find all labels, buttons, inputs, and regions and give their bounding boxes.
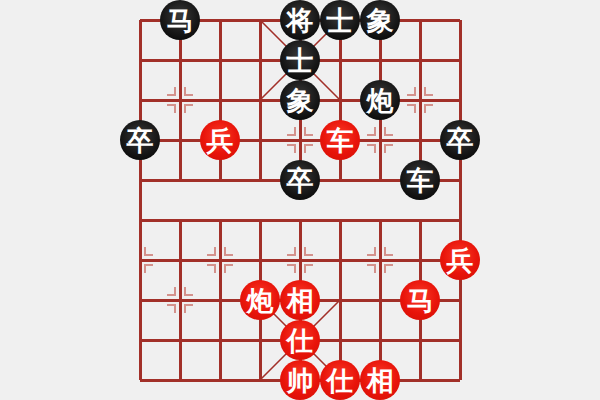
red-soldier-piece[interactable]: 兵 bbox=[200, 120, 240, 160]
red-advisor-piece[interactable]: 仕 bbox=[280, 320, 320, 360]
black-soldier-piece[interactable]: 卒 bbox=[440, 120, 480, 160]
red-soldier-piece[interactable]: 兵 bbox=[440, 240, 480, 280]
red-elephant-piece[interactable]: 相 bbox=[360, 360, 400, 400]
red-advisor-piece[interactable]: 仕 bbox=[320, 360, 360, 400]
black-elephant-piece[interactable]: 象 bbox=[280, 80, 320, 120]
red-chariot-piece[interactable]: 车 bbox=[320, 120, 360, 160]
black-soldier-piece[interactable]: 卒 bbox=[280, 160, 320, 200]
black-general-piece[interactable]: 将 bbox=[280, 0, 320, 40]
xiangqi-board-canvas: 马将士象士象炮卒兵车卒卒车兵炮相马仕帅仕相 bbox=[0, 0, 600, 400]
red-general-piece[interactable]: 帅 bbox=[280, 360, 320, 400]
black-cannon-piece[interactable]: 炮 bbox=[360, 80, 400, 120]
black-horse-piece[interactable]: 马 bbox=[160, 0, 200, 40]
red-elephant-piece[interactable]: 相 bbox=[280, 280, 320, 320]
black-chariot-piece[interactable]: 车 bbox=[400, 160, 440, 200]
red-cannon-piece[interactable]: 炮 bbox=[240, 280, 280, 320]
black-elephant-piece[interactable]: 象 bbox=[360, 0, 400, 40]
red-horse-piece[interactable]: 马 bbox=[400, 280, 440, 320]
black-advisor-piece[interactable]: 士 bbox=[320, 0, 360, 40]
black-advisor-piece[interactable]: 士 bbox=[280, 40, 320, 80]
black-soldier-piece[interactable]: 卒 bbox=[120, 120, 160, 160]
